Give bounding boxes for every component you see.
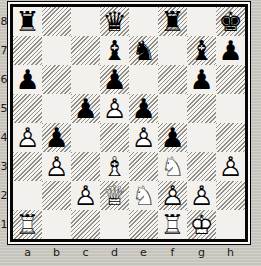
- square-e1: [129, 210, 158, 239]
- square-a3: [13, 152, 42, 181]
- square-a6: ♟: [13, 65, 42, 94]
- piece-white-pawn-a4: ♙: [13, 123, 42, 152]
- square-c1: [71, 210, 100, 239]
- file-label-c: c: [71, 246, 100, 264]
- square-a2: [13, 181, 42, 210]
- square-b4: ♟: [42, 123, 71, 152]
- square-d1: [100, 210, 129, 239]
- square-f7: [158, 36, 187, 65]
- square-e8: [129, 7, 158, 36]
- square-g7: ♝: [187, 36, 216, 65]
- square-f4: ♟: [158, 123, 187, 152]
- square-a8: ♜: [13, 7, 42, 36]
- square-c2: ♟♙: [71, 181, 100, 210]
- piece-white-pawn-c2: ♙: [71, 181, 100, 210]
- board-grid: ♜♛♜♚♝♞♝♟♟♟♟♟♟♙♟♟♙♟♟♙♟♟♙♝♗♞♘♟♙♟♙♛♕♞♘♟♙♟♙♜…: [13, 7, 245, 239]
- piece-white-pawn-g2: ♙: [187, 181, 216, 210]
- piece-black-bishop-g7: ♝: [187, 36, 216, 65]
- piece-black-pawn-c5: ♟: [71, 94, 100, 123]
- square-h8: ♚: [216, 7, 245, 36]
- piece-black-pawn-g6: ♟: [187, 65, 216, 94]
- square-f6: [158, 65, 187, 94]
- piece-black-pawn-e5: ♟: [129, 94, 158, 123]
- square-a1: ♜♖: [13, 210, 42, 239]
- square-h4: [216, 123, 245, 152]
- square-c4: [71, 123, 100, 152]
- square-c6: [71, 65, 100, 94]
- square-g1: ♚♔: [187, 210, 216, 239]
- piece-white-knight-e2: ♘: [129, 181, 158, 210]
- square-b7: [42, 36, 71, 65]
- chess-diagram: 87654321 ♜♛♜♚♝♞♝♟♟♟♟♟♟♙♟♟♙♟♟♙♟♟♙♝♗♞♘♟♙♟♙…: [0, 0, 261, 266]
- piece-white-rook-f1: ♖: [158, 210, 187, 239]
- file-label-a: a: [13, 246, 42, 264]
- piece-black-pawn-a6: ♟: [13, 65, 42, 94]
- square-b2: [42, 181, 71, 210]
- square-d2: ♛♕: [100, 181, 129, 210]
- square-f1: ♜♖: [158, 210, 187, 239]
- piece-black-knight-e7: ♞: [129, 36, 158, 65]
- piece-white-pawn-b3: ♙: [42, 152, 71, 181]
- square-d7: ♝: [100, 36, 129, 65]
- file-label-e: e: [129, 246, 158, 264]
- square-a5: [13, 94, 42, 123]
- square-g6: ♟: [187, 65, 216, 94]
- square-a7: [13, 36, 42, 65]
- piece-white-pawn-d5: ♙: [100, 94, 129, 123]
- square-g5: [187, 94, 216, 123]
- square-f2: ♟♙: [158, 181, 187, 210]
- file-label-b: b: [42, 246, 71, 264]
- square-h2: [216, 181, 245, 210]
- square-h1: [216, 210, 245, 239]
- square-b1: [42, 210, 71, 239]
- square-d4: [100, 123, 129, 152]
- piece-black-queen-d8: ♛: [100, 7, 129, 36]
- square-a4: ♟♙: [13, 123, 42, 152]
- square-g8: [187, 7, 216, 36]
- piece-black-pawn-h7: ♟: [216, 36, 245, 65]
- piece-white-pawn-f2: ♙: [158, 181, 187, 210]
- square-f3: ♞♘: [158, 152, 187, 181]
- piece-black-king-h8: ♚: [216, 7, 245, 36]
- square-d8: ♛: [100, 7, 129, 36]
- square-h7: ♟: [216, 36, 245, 65]
- square-d5: ♟♙: [100, 94, 129, 123]
- file-label-h: h: [216, 246, 245, 264]
- piece-black-bishop-d7: ♝: [100, 36, 129, 65]
- square-b8: [42, 7, 71, 36]
- square-g4: [187, 123, 216, 152]
- piece-white-rook-a1: ♖: [13, 210, 42, 239]
- file-label-f: f: [158, 246, 187, 264]
- piece-white-bishop-d3: ♗: [100, 152, 129, 181]
- board-border: ♜♛♜♚♝♞♝♟♟♟♟♟♟♙♟♟♙♟♟♙♟♟♙♝♗♞♘♟♙♟♙♛♕♞♘♟♙♟♙♜…: [10, 4, 248, 242]
- square-d3: ♝♗: [100, 152, 129, 181]
- file-label-d: d: [100, 246, 129, 264]
- square-h5: [216, 94, 245, 123]
- piece-white-pawn-e4: ♙: [129, 123, 158, 152]
- piece-black-rook-f8: ♜: [158, 7, 187, 36]
- square-e3: [129, 152, 158, 181]
- piece-white-queen-d2: ♕: [100, 181, 129, 210]
- piece-black-pawn-f4: ♟: [158, 123, 187, 152]
- piece-white-king-g1: ♔: [187, 210, 216, 239]
- file-labels: abcdefgh: [13, 246, 245, 264]
- square-f8: ♜: [158, 7, 187, 36]
- square-h3: ♟♙: [216, 152, 245, 181]
- square-h6: [216, 65, 245, 94]
- square-g2: ♟♙: [187, 181, 216, 210]
- square-e5: ♟: [129, 94, 158, 123]
- square-b3: ♟♙: [42, 152, 71, 181]
- square-c7: [71, 36, 100, 65]
- square-e6: [129, 65, 158, 94]
- file-label-g: g: [187, 246, 216, 264]
- square-c3: [71, 152, 100, 181]
- square-c8: [71, 7, 100, 36]
- square-c5: ♟: [71, 94, 100, 123]
- square-g3: [187, 152, 216, 181]
- piece-black-pawn-d6: ♟: [100, 65, 129, 94]
- square-b6: [42, 65, 71, 94]
- square-e2: ♞♘: [129, 181, 158, 210]
- piece-white-knight-f3: ♘: [158, 152, 187, 181]
- piece-black-rook-a8: ♜: [13, 7, 42, 36]
- piece-white-pawn-h3: ♙: [216, 152, 245, 181]
- square-f5: [158, 94, 187, 123]
- square-b5: [42, 94, 71, 123]
- square-e4: ♟♙: [129, 123, 158, 152]
- square-e7: ♞: [129, 36, 158, 65]
- piece-black-pawn-b4: ♟: [42, 123, 71, 152]
- square-d6: ♟: [100, 65, 129, 94]
- chess-board: ♜♛♜♚♝♞♝♟♟♟♟♟♟♙♟♟♙♟♟♙♟♟♙♝♗♞♘♟♙♟♙♛♕♞♘♟♙♟♙♜…: [7, 1, 251, 245]
